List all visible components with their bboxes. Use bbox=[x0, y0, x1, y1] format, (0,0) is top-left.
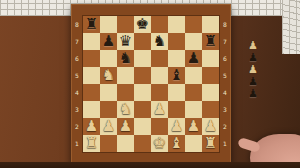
square-g5 bbox=[185, 67, 202, 84]
captured-pieces-tray: ♟♟♟♟♟ bbox=[238, 40, 268, 110]
square-d5 bbox=[134, 67, 151, 84]
square-a1: ♜ bbox=[83, 135, 100, 152]
square-e6 bbox=[151, 50, 168, 67]
square-a6 bbox=[83, 50, 100, 67]
square-e5 bbox=[151, 67, 168, 84]
square-e1: ♚ bbox=[151, 135, 168, 152]
square-b6 bbox=[100, 50, 117, 67]
piece-black-knight-e7: ♞ bbox=[153, 33, 166, 50]
square-a3 bbox=[83, 101, 100, 118]
rank-label-1: 1 bbox=[72, 135, 82, 152]
square-d3 bbox=[134, 101, 151, 118]
rank-label-7: 7 bbox=[220, 33, 230, 50]
rank-label-2: 2 bbox=[220, 118, 230, 135]
square-f7 bbox=[168, 33, 185, 50]
piece-white-pawn-e3: ♟ bbox=[153, 101, 166, 118]
square-e3: ♟ bbox=[151, 101, 168, 118]
piece-white-rook-a1: ♜ bbox=[85, 135, 98, 152]
piece-black-queen-c7: ♛ bbox=[119, 33, 132, 50]
board-grid: ♜♚♟♛♞♜♞♟♞♝♞♟♟♟♟♟♟♟♜♚♝♜ bbox=[83, 16, 219, 152]
chess-board: 87654321 ♜♚♟♛♞♜♞♟♞♝♞♟♟♟♟♟♟♟♜♚♝♜ 87654321 bbox=[71, 4, 231, 164]
square-d2 bbox=[134, 118, 151, 135]
square-a4 bbox=[83, 84, 100, 101]
square-f8 bbox=[168, 16, 185, 33]
index-finger bbox=[237, 137, 261, 153]
radiator-grille-right bbox=[282, 0, 300, 54]
square-e8 bbox=[151, 16, 168, 33]
square-c6: ♞ bbox=[117, 50, 134, 67]
square-g7 bbox=[185, 33, 202, 50]
square-d1 bbox=[134, 135, 151, 152]
piece-white-bishop-f1: ♝ bbox=[170, 135, 183, 152]
square-f3 bbox=[168, 101, 185, 118]
square-f4 bbox=[168, 84, 185, 101]
rank-label-5: 5 bbox=[220, 67, 230, 84]
square-d7 bbox=[134, 33, 151, 50]
square-g4 bbox=[185, 84, 202, 101]
rank-labels-right: 87654321 bbox=[220, 16, 230, 152]
video-frame: 87654321 ♜♚♟♛♞♜♞♟♞♝♞♟♟♟♟♟♟♟♜♚♝♜ 87654321… bbox=[0, 0, 300, 168]
square-d8: ♚ bbox=[134, 16, 151, 33]
piece-white-rook-h1: ♜ bbox=[204, 135, 217, 152]
piece-white-pawn-h2: ♟ bbox=[204, 118, 217, 135]
piece-white-knight-c3: ♞ bbox=[119, 101, 132, 118]
piece-white-king-e1: ♚ bbox=[153, 135, 166, 152]
square-h1: ♜ bbox=[202, 135, 219, 152]
square-e4 bbox=[151, 84, 168, 101]
square-d4 bbox=[134, 84, 151, 101]
rank-labels-left: 87654321 bbox=[72, 16, 82, 152]
captured-black-pawn: ♟ bbox=[248, 87, 258, 100]
rank-label-2: 2 bbox=[72, 118, 82, 135]
square-f1: ♝ bbox=[168, 135, 185, 152]
square-c5 bbox=[117, 67, 134, 84]
piece-white-pawn-f2: ♟ bbox=[170, 118, 183, 135]
square-h7: ♜ bbox=[202, 33, 219, 50]
square-h8 bbox=[202, 16, 219, 33]
square-b4 bbox=[100, 84, 117, 101]
square-h6 bbox=[202, 50, 219, 67]
square-f5: ♝ bbox=[168, 67, 185, 84]
rank-label-4: 4 bbox=[72, 84, 82, 101]
square-b8 bbox=[100, 16, 117, 33]
square-a8: ♜ bbox=[83, 16, 100, 33]
square-f2: ♟ bbox=[168, 118, 185, 135]
square-f6 bbox=[168, 50, 185, 67]
rank-label-8: 8 bbox=[220, 16, 230, 33]
square-h3 bbox=[202, 101, 219, 118]
square-d6 bbox=[134, 50, 151, 67]
square-g2: ♟ bbox=[185, 118, 202, 135]
square-b1 bbox=[100, 135, 117, 152]
piece-white-pawn-b2: ♟ bbox=[102, 118, 115, 135]
rank-label-7: 7 bbox=[72, 33, 82, 50]
piece-black-bishop-f5: ♝ bbox=[170, 67, 183, 84]
square-a5 bbox=[83, 67, 100, 84]
square-b7: ♟ bbox=[100, 33, 117, 50]
square-h5 bbox=[202, 67, 219, 84]
square-c8 bbox=[117, 16, 134, 33]
piece-black-rook-a8: ♜ bbox=[85, 16, 98, 33]
piece-black-pawn-b7: ♟ bbox=[102, 33, 115, 50]
square-c1 bbox=[117, 135, 134, 152]
rank-label-6: 6 bbox=[220, 50, 230, 67]
square-b5: ♞ bbox=[100, 67, 117, 84]
square-a2: ♟ bbox=[83, 118, 100, 135]
square-c2: ♟ bbox=[117, 118, 134, 135]
piece-white-pawn-g2: ♟ bbox=[187, 118, 200, 135]
square-a7 bbox=[83, 33, 100, 50]
rank-label-5: 5 bbox=[72, 67, 82, 84]
square-h2: ♟ bbox=[202, 118, 219, 135]
square-b3 bbox=[100, 101, 117, 118]
piece-white-pawn-c2: ♟ bbox=[119, 118, 132, 135]
rank-label-3: 3 bbox=[72, 101, 82, 118]
rank-label-6: 6 bbox=[72, 50, 82, 67]
square-c4 bbox=[117, 84, 134, 101]
piece-black-king-d8: ♚ bbox=[136, 16, 149, 33]
square-g3 bbox=[185, 101, 202, 118]
piece-white-pawn-a2: ♟ bbox=[85, 118, 98, 135]
piece-black-pawn-g6: ♟ bbox=[187, 50, 200, 67]
table-edge bbox=[0, 162, 300, 168]
square-h4 bbox=[202, 84, 219, 101]
square-c3: ♞ bbox=[117, 101, 134, 118]
square-b2: ♟ bbox=[100, 118, 117, 135]
square-g8 bbox=[185, 16, 202, 33]
square-e7: ♞ bbox=[151, 33, 168, 50]
square-e2 bbox=[151, 118, 168, 135]
square-g6: ♟ bbox=[185, 50, 202, 67]
square-c7: ♛ bbox=[117, 33, 134, 50]
piece-white-knight-b5: ♞ bbox=[102, 67, 115, 84]
rank-label-4: 4 bbox=[220, 84, 230, 101]
rank-label-3: 3 bbox=[220, 101, 230, 118]
square-g1 bbox=[185, 135, 202, 152]
piece-black-rook-h7: ♜ bbox=[204, 33, 217, 50]
rank-label-1: 1 bbox=[220, 135, 230, 152]
rank-label-8: 8 bbox=[72, 16, 82, 33]
piece-black-knight-c6: ♞ bbox=[119, 50, 132, 67]
